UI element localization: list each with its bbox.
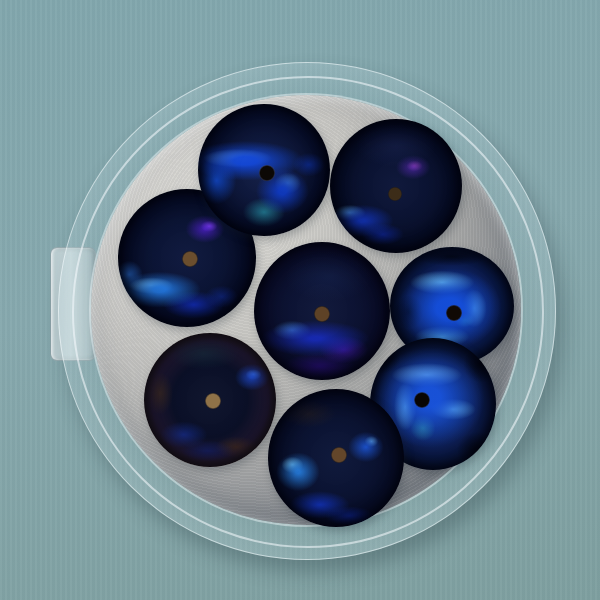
bead-top-right-hole bbox=[388, 187, 402, 201]
bead-mid-left-hole bbox=[182, 251, 198, 267]
bead-top-left-hole bbox=[259, 165, 275, 181]
bead-top-left bbox=[198, 104, 330, 236]
bead-right-hole bbox=[446, 305, 462, 321]
bead-lower-left bbox=[144, 333, 276, 467]
bead-bottom-center-hole bbox=[331, 447, 347, 463]
bead-bottom-center bbox=[268, 389, 404, 527]
bead-lower-left-hole bbox=[205, 393, 221, 409]
bead-bottom-right-hole bbox=[414, 392, 430, 408]
bead-center-hole bbox=[314, 306, 330, 322]
photo-stage: Macro product photo: eight dark blue iri… bbox=[0, 0, 600, 600]
bead-center bbox=[254, 242, 390, 380]
bead-top-right bbox=[330, 119, 462, 253]
